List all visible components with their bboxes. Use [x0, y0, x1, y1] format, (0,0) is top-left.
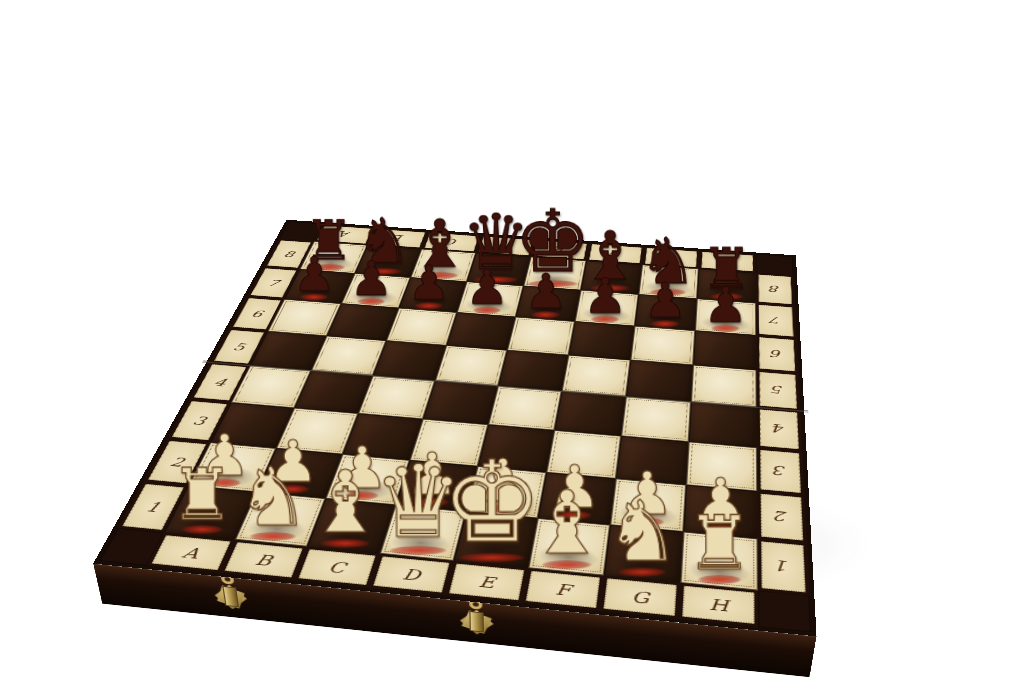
square-g7[interactable]: ♟: [635, 294, 697, 330]
piece-black-pawn[interactable]: ♟: [466, 263, 509, 311]
latch-clasp-body: [469, 611, 484, 632]
square-d6[interactable]: [446, 312, 515, 350]
file-label-front-d: D: [369, 554, 454, 596]
square-h4[interactable]: [689, 402, 757, 448]
square-e1[interactable]: ♚: [454, 512, 538, 568]
rank-label-right-1: 1: [758, 539, 810, 596]
piece-black-pawn[interactable]: ♟: [704, 280, 748, 329]
piece-black-pawn[interactable]: ♟: [350, 255, 393, 303]
rank-label-right-4: 4: [757, 407, 803, 451]
rank-label-right-8: 8: [756, 273, 795, 306]
file-label-front-e: E: [445, 561, 528, 603]
square-e7[interactable]: ♟: [516, 286, 581, 322]
square-f1[interactable]: ♝: [528, 518, 610, 575]
square-c6[interactable]: [386, 308, 457, 345]
square-c7[interactable]: ♟: [399, 278, 467, 313]
rank-label-left-4: 4: [190, 362, 250, 402]
file-label-front-b: B: [220, 539, 307, 580]
piece-white-rook[interactable]: ♜: [686, 507, 753, 581]
piece-black-pawn[interactable]: ♟: [583, 272, 627, 321]
square-f6[interactable]: [568, 321, 634, 360]
rank-label-right-7: 7: [756, 303, 797, 338]
latch-clasp-body: [222, 586, 239, 607]
square-b6[interactable]: [327, 304, 399, 341]
square-b7[interactable]: ♟: [341, 273, 410, 308]
square-h7[interactable]: ♟: [695, 299, 756, 336]
piece-white-knight[interactable]: ♞: [605, 490, 680, 573]
file-label-front-f: F: [522, 568, 604, 611]
piece-black-pawn[interactable]: ♟: [293, 251, 335, 298]
brass-latch-center: [458, 604, 494, 642]
piece-black-pawn[interactable]: ♟: [408, 259, 451, 307]
square-f4[interactable]: [554, 391, 626, 436]
square-g4[interactable]: [621, 397, 691, 442]
brass-latch-left: [211, 579, 251, 617]
piece-white-rook[interactable]: ♜: [170, 460, 234, 531]
square-f7[interactable]: ♟: [575, 290, 639, 326]
rank-label-right-2: 2: [757, 491, 807, 543]
rank-label-right-5: 5: [756, 370, 800, 411]
square-g6[interactable]: [630, 326, 695, 365]
square-h6[interactable]: [693, 331, 756, 370]
rank-label-right-3: 3: [757, 448, 804, 496]
piece-black-pawn[interactable]: ♟: [643, 276, 687, 325]
chess-board: ABCDEFGH8♜♞♝♛♚♝♞♜87♟♟♟♟♟♟♟♟7665544332♟♟♟…: [93, 220, 816, 637]
square-d7[interactable]: ♟: [457, 282, 524, 317]
piece-white-bishop[interactable]: ♝: [307, 459, 384, 545]
square-d4[interactable]: [423, 381, 498, 425]
square-h1[interactable]: ♜: [680, 532, 758, 591]
piece-black-pawn[interactable]: ♟: [524, 267, 567, 315]
square-f5[interactable]: [562, 355, 631, 396]
chess-set-photo: ABCDEFGH8♜♞♝♛♚♝♞♜87♟♟♟♟♟♟♟♟7665544332♟♟♟…: [0, 0, 1024, 682]
piece-white-knight[interactable]: ♞: [237, 457, 309, 538]
square-g5[interactable]: [626, 360, 693, 402]
board-corner: [758, 590, 811, 632]
file-label-front-g: G: [599, 575, 680, 619]
square-d5[interactable]: [435, 345, 507, 386]
square-e4[interactable]: [488, 386, 561, 430]
piece-white-bishop[interactable]: ♝: [528, 479, 606, 566]
file-label-front-c: C: [294, 546, 380, 587]
file-label-front-h: H: [678, 583, 758, 627]
square-c5[interactable]: [373, 341, 447, 381]
square-g1[interactable]: ♞: [604, 525, 684, 583]
rank-label-right-6: 6: [756, 335, 798, 373]
square-c4[interactable]: [358, 376, 435, 419]
square-e6[interactable]: [507, 317, 575, 355]
